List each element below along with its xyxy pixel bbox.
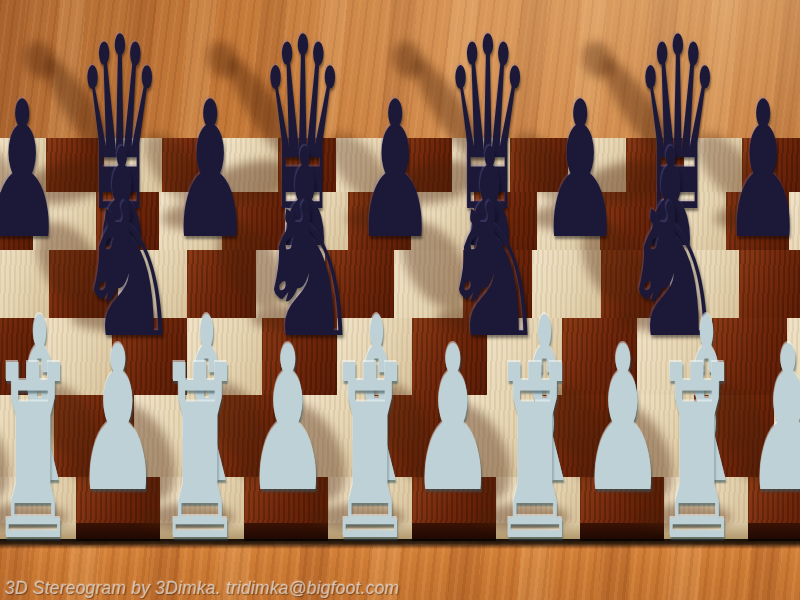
- white-pawn: ♟: [406, 320, 500, 520]
- black-pawn: ♟: [0, 77, 66, 266]
- white-pawn: ♟: [71, 320, 165, 520]
- white-pawn: ♟: [741, 320, 800, 520]
- artist-caption: 3D Stereogram by 3Dimka. tridimka@bigfoo…: [5, 578, 399, 599]
- white-rook: ♜: [0, 334, 81, 574]
- white-rook: ♜: [322, 334, 418, 574]
- white-pawn: ♟: [241, 320, 335, 520]
- white-rook: ♜: [152, 334, 248, 574]
- white-rook: ♜: [649, 334, 745, 574]
- stereogram-scene: ♛♛♛♛♟♟♟♟♟♟♟♟♟♞♞♞♞♝♝♝♝♝♟♟♟♟♟♜♜♜♜♜ 3D Ster…: [0, 0, 800, 600]
- white-rook: ♜: [487, 334, 583, 574]
